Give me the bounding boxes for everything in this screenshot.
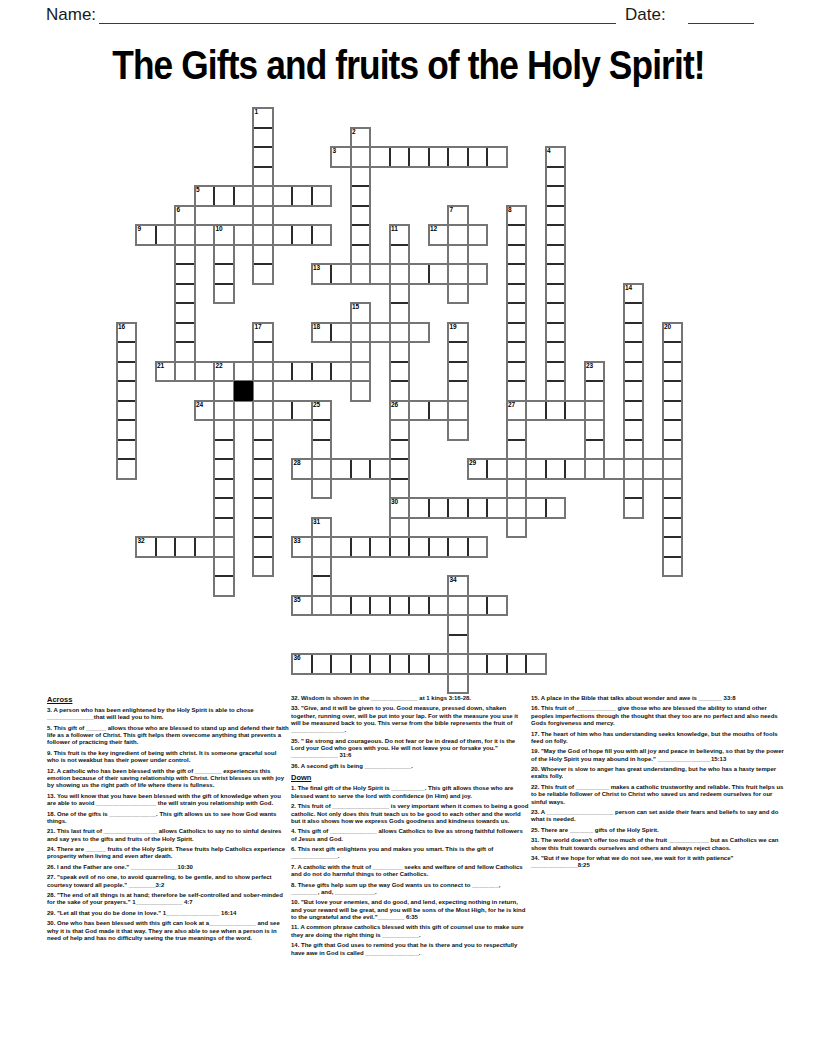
clue-14-down: 14. The gift that God uses to remind you…	[291, 942, 529, 957]
clue-10-down: 10. "But love your enemies, and do good,…	[291, 899, 529, 921]
clue-32-across: 32. Wisdom is shown in the _____________…	[291, 695, 529, 702]
grid-cell[interactable]	[214, 362, 234, 382]
grid-cell[interactable]	[409, 654, 429, 674]
grid-cell[interactable]	[585, 459, 605, 479]
grid-cell[interactable]	[546, 147, 566, 167]
clue-12-across: 12. A catholic who has been blessed with…	[47, 768, 290, 790]
grid-cell[interactable]	[195, 225, 215, 245]
grid-cell[interactable]	[624, 479, 644, 499]
grid-cell[interactable]	[117, 323, 137, 343]
grid-cell[interactable]	[292, 596, 312, 616]
grid-cell[interactable]	[370, 147, 390, 167]
grid-cell[interactable]	[351, 167, 371, 187]
grid-cell[interactable]	[195, 401, 215, 421]
grid-cell[interactable]	[273, 186, 293, 206]
grid-cell[interactable]	[331, 362, 351, 382]
grid-cell[interactable]	[351, 537, 371, 557]
clue-35-across: 35. " Be strong and courageous. Do not f…	[291, 738, 529, 760]
grid-cell[interactable]	[253, 225, 273, 245]
clue-15-down: 15. A place in the Bible that talks abou…	[531, 695, 789, 702]
grid-cell[interactable]	[292, 401, 312, 421]
grid-cell[interactable]	[390, 264, 410, 284]
grid-cell[interactable]	[624, 362, 644, 382]
grid-cell[interactable]	[390, 225, 410, 245]
grid-cell[interactable]	[253, 245, 273, 265]
grid-cell[interactable]	[253, 128, 273, 148]
grid-cell[interactable]	[546, 498, 566, 518]
grid-cell[interactable]	[507, 245, 527, 265]
grid-cell[interactable]	[409, 147, 429, 167]
grid-cell[interactable]	[370, 654, 390, 674]
grid-cell[interactable]	[312, 362, 332, 382]
grid-cell[interactable]	[429, 225, 449, 245]
grid-cell[interactable]	[195, 186, 215, 206]
grid-cell[interactable]	[448, 362, 468, 382]
clue-6-down: 6. This next gift enlightens you and mak…	[291, 846, 529, 861]
grid-cell[interactable]	[624, 401, 644, 421]
grid-cell[interactable]	[253, 264, 273, 284]
grid-cell[interactable]	[546, 264, 566, 284]
grid-cell[interactable]	[117, 342, 137, 362]
grid-cell[interactable]	[390, 654, 410, 674]
grid-cell[interactable]	[312, 264, 332, 284]
grid-cell[interactable]	[312, 479, 332, 499]
grid-cell[interactable]	[487, 654, 507, 674]
grid-cell[interactable]	[624, 381, 644, 401]
grid-cell[interactable]	[253, 186, 273, 206]
grid-cell[interactable]	[214, 186, 234, 206]
grid-cell[interactable]	[448, 225, 468, 245]
grid-cell[interactable]	[214, 557, 234, 577]
grid-cell[interactable]	[565, 401, 585, 421]
grid-cell[interactable]	[156, 225, 176, 245]
grid-cell[interactable]	[585, 401, 605, 421]
grid-cell[interactable]	[370, 323, 390, 343]
grid-cell[interactable]	[546, 303, 566, 323]
grid-cell[interactable]	[351, 342, 371, 362]
grid-cell[interactable]	[312, 420, 332, 440]
grid-cell[interactable]	[585, 362, 605, 382]
grid-cell[interactable]	[526, 498, 546, 518]
grid-cell[interactable]	[448, 420, 468, 440]
grid-cell[interactable]	[624, 303, 644, 323]
grid-cell[interactable]	[663, 362, 683, 382]
grid-cell[interactable]	[448, 498, 468, 518]
grid-cell[interactable]	[663, 479, 683, 499]
grid-cell[interactable]	[507, 264, 527, 284]
across-clue-list: 3. A person who has been enlightened by …	[47, 707, 290, 942]
grid-cell[interactable]	[214, 245, 234, 265]
grid-cell[interactable]	[409, 323, 429, 343]
grid-cell[interactable]	[507, 518, 527, 538]
grid-cell[interactable]	[351, 225, 371, 245]
grid-cell[interactable]	[604, 459, 624, 479]
grid-cell[interactable]	[351, 362, 371, 382]
clue-11-down: 11. A common phrase catholics blessed wi…	[291, 924, 529, 939]
grid-cell[interactable]	[292, 225, 312, 245]
grid-cell[interactable]	[292, 362, 312, 382]
grid-cell[interactable]	[331, 264, 351, 284]
grid-cell[interactable]	[507, 381, 527, 401]
grid-cell[interactable]	[487, 459, 507, 479]
grid-cell[interactable]	[390, 401, 410, 421]
grid-cell[interactable]	[253, 167, 273, 187]
grid-cell[interactable]	[546, 206, 566, 226]
grid-cell[interactable]	[409, 596, 429, 616]
grid-cell[interactable]	[546, 342, 566, 362]
grid-cell[interactable]	[643, 459, 663, 479]
grid-cell[interactable]	[253, 147, 273, 167]
grid-cell[interactable]	[253, 108, 273, 128]
grid-cell[interactable]	[546, 323, 566, 343]
grid-cell[interactable]	[390, 420, 410, 440]
grid-cell[interactable]	[565, 459, 585, 479]
grid-cell[interactable]	[546, 284, 566, 304]
grid-cell[interactable]	[390, 381, 410, 401]
grid-cell[interactable]	[448, 537, 468, 557]
grid-cell[interactable]	[175, 537, 195, 557]
grid-cell[interactable]	[468, 147, 488, 167]
grid-cell[interactable]	[214, 459, 234, 479]
grid-cell[interactable]	[487, 498, 507, 518]
grid-cell[interactable]	[117, 440, 137, 460]
grid-cell[interactable]	[175, 225, 195, 245]
grid-cell[interactable]	[624, 284, 644, 304]
grid-cell[interactable]	[624, 498, 644, 518]
clue-16-down: 16. This fruit of ____________ give thos…	[531, 705, 789, 727]
grid-cell[interactable]	[663, 557, 683, 577]
grid-cell[interactable]	[175, 323, 195, 343]
grid-cell[interactable]	[507, 459, 527, 479]
grid-cell[interactable]	[390, 342, 410, 362]
grid-cell[interactable]	[351, 186, 371, 206]
grid-cell[interactable]	[312, 323, 332, 343]
grid-cell[interactable]	[351, 303, 371, 323]
grid-cell[interactable]	[448, 401, 468, 421]
grid-cell[interactable]	[507, 303, 527, 323]
grid-cell[interactable]	[546, 401, 566, 421]
grid-cell[interactable]	[312, 596, 332, 616]
grid-cell[interactable]	[253, 518, 273, 538]
clue-17-down: 17. The heart of him who has understandi…	[531, 731, 789, 746]
grid-cell[interactable]	[546, 381, 566, 401]
grid-cell[interactable]	[312, 459, 332, 479]
grid-cell[interactable]	[351, 128, 371, 148]
grid-cell[interactable]	[663, 323, 683, 343]
clue-5-across: 5. This gift of ______ allows those who …	[47, 725, 290, 747]
grid-cell[interactable]	[117, 381, 137, 401]
grid-cell[interactable]	[585, 381, 605, 401]
grid-cell[interactable]	[409, 537, 429, 557]
grid-cell[interactable]	[448, 147, 468, 167]
grid-cell[interactable]	[234, 225, 254, 245]
grid-cell[interactable]	[351, 381, 371, 401]
grid-cell[interactable]	[117, 459, 137, 479]
grid-cell[interactable]	[253, 498, 273, 518]
grid-cell[interactable]	[117, 420, 137, 440]
grid-cell[interactable]	[136, 537, 156, 557]
grid-cell[interactable]	[214, 401, 234, 421]
grid-cell[interactable]	[370, 537, 390, 557]
grid-cell[interactable]	[390, 518, 410, 538]
grid-cell[interactable]	[253, 557, 273, 577]
grid-cell[interactable]	[429, 264, 449, 284]
grid-cell[interactable]	[351, 264, 371, 284]
grid-cell[interactable]	[175, 206, 195, 226]
grid-cell[interactable]	[448, 654, 468, 674]
grid-cell[interactable]	[214, 284, 234, 304]
grid-cell[interactable]	[546, 245, 566, 265]
grid-cell[interactable]	[585, 420, 605, 440]
grid-cell[interactable]	[312, 440, 332, 460]
grid-cell[interactable]	[448, 206, 468, 226]
grid-cell[interactable]	[585, 440, 605, 460]
grid-cell[interactable]	[370, 459, 390, 479]
grid-cell[interactable]	[292, 537, 312, 557]
grid-cell[interactable]	[429, 596, 449, 616]
grid-cell[interactable]	[448, 245, 468, 265]
grid-cell[interactable]	[448, 381, 468, 401]
clue-18-across: 18. One of the gifts is ______________. …	[47, 811, 290, 826]
grid-cell[interactable]	[663, 401, 683, 421]
grid-cell[interactable]	[624, 440, 644, 460]
grid-cell[interactable]	[624, 342, 644, 362]
grid-cell[interactable]	[253, 362, 273, 382]
grid-cell[interactable]	[370, 596, 390, 616]
grid-cell[interactable]	[331, 323, 351, 343]
grid-cell[interactable]	[351, 206, 371, 226]
grid-cell[interactable]	[312, 518, 332, 538]
grid-cell[interactable]	[331, 596, 351, 616]
grid-cell[interactable]	[507, 420, 527, 440]
grid-cell[interactable]	[390, 537, 410, 557]
grid-cell[interactable]	[663, 440, 683, 460]
grid-cell[interactable]	[351, 596, 371, 616]
grid-cell[interactable]	[507, 362, 527, 382]
grid-cell[interactable]	[312, 537, 332, 557]
grid-cell[interactable]	[663, 381, 683, 401]
grid-cell[interactable]	[175, 342, 195, 362]
grid-cell[interactable]	[429, 498, 449, 518]
grid-cell[interactable]	[468, 596, 488, 616]
grid-cell[interactable]	[624, 420, 644, 440]
grid-cell[interactable]	[253, 420, 273, 440]
grid-cell[interactable]	[429, 537, 449, 557]
clue-4-down: 4. This gift of ______________ allows Ca…	[291, 828, 529, 843]
grid-cell[interactable]	[546, 362, 566, 382]
grid-cell[interactable]	[136, 225, 156, 245]
grid-cell[interactable]	[507, 284, 527, 304]
grid-cell[interactable]	[195, 537, 215, 557]
grid-cell[interactable]	[253, 537, 273, 557]
grid-cell[interactable]	[390, 245, 410, 265]
grid-cell[interactable]	[448, 596, 468, 616]
grid-cell[interactable]	[351, 654, 371, 674]
clue-9-across: 9. This fruit is the key ingredient of b…	[47, 750, 290, 765]
grid-cell[interactable]	[507, 342, 527, 362]
grid-cell[interactable]	[351, 147, 371, 167]
grid-cell[interactable]	[156, 537, 176, 557]
grid-cell[interactable]	[663, 537, 683, 557]
grid-cell[interactable]	[390, 596, 410, 616]
grid-cell[interactable]	[234, 401, 254, 421]
clue-19-down: 19. "May the God of hope fill you with a…	[531, 748, 789, 763]
grid-cell[interactable]	[253, 459, 273, 479]
grid-cell[interactable]	[214, 537, 234, 557]
grid-cell[interactable]	[409, 264, 429, 284]
grid-cell[interactable]	[312, 225, 332, 245]
grid-cell[interactable]	[214, 381, 234, 401]
grid-cell[interactable]	[663, 518, 683, 538]
grid-cell[interactable]	[214, 225, 234, 245]
grid-cell[interactable]	[312, 186, 332, 206]
clue-column-down-continued: 15. A place in the Bible that talks abou…	[531, 695, 789, 873]
grid-cell[interactable]	[468, 537, 488, 557]
grid-cell[interactable]	[156, 362, 176, 382]
grid-cell[interactable]	[448, 635, 468, 655]
grid-cell[interactable]	[390, 479, 410, 499]
grid-cell[interactable]	[409, 401, 429, 421]
grid-cell[interactable]	[331, 654, 351, 674]
grid-cell[interactable]	[312, 401, 332, 421]
clue-23-down: 23. A ____________________ person can se…	[531, 809, 789, 824]
grid-cell[interactable]	[507, 225, 527, 245]
grid-cell[interactable]	[351, 459, 371, 479]
grid-cell[interactable]	[526, 401, 546, 421]
grid-cell[interactable]	[273, 225, 293, 245]
grid-cell[interactable]	[175, 362, 195, 382]
grid-cell[interactable]	[390, 147, 410, 167]
grid-cell[interactable]	[214, 479, 234, 499]
grid-cell[interactable]	[214, 576, 234, 596]
clue-column-middle: 32. Wisdom is shown in the _____________…	[291, 695, 529, 960]
grid-cell[interactable]	[390, 440, 410, 460]
grid-cell[interactable]	[253, 440, 273, 460]
grid-cell[interactable]	[546, 186, 566, 206]
grid-cell[interactable]	[214, 498, 234, 518]
grid-cell[interactable]	[331, 147, 351, 167]
grid-cell[interactable]	[390, 459, 410, 479]
clue-1-down: 1. The final gift of the Holy Spirit is …	[291, 785, 529, 800]
grid-cell[interactable]	[273, 401, 293, 421]
grid-cell[interactable]	[468, 264, 488, 284]
grid-cell[interactable]	[663, 342, 683, 362]
grid-cell[interactable]	[448, 323, 468, 343]
grid-cell[interactable]	[312, 576, 332, 596]
grid-cell[interactable]	[468, 498, 488, 518]
grid-cell[interactable]	[175, 264, 195, 284]
grid-cell[interactable]	[292, 459, 312, 479]
grid-cell[interactable]	[663, 459, 683, 479]
grid-cell[interactable]	[253, 479, 273, 499]
grid-cell[interactable]	[390, 303, 410, 323]
grid-cell[interactable]	[507, 479, 527, 499]
grid-cell[interactable]	[253, 342, 273, 362]
grid-cell[interactable]	[409, 498, 429, 518]
grid-cell[interactable]	[390, 362, 410, 382]
grid-cell[interactable]	[507, 206, 527, 226]
grid-cell[interactable]	[663, 420, 683, 440]
grid-cell[interactable]	[487, 596, 507, 616]
grid-cell[interactable]	[253, 381, 273, 401]
down-clue-list: 1. The final gift of the Holy Spirit is …	[291, 785, 529, 956]
grid-cell[interactable]	[507, 654, 527, 674]
grid-cell[interactable]	[214, 440, 234, 460]
grid-cell[interactable]	[234, 186, 254, 206]
grid-cell[interactable]	[468, 654, 488, 674]
grid-cell[interactable]	[390, 284, 410, 304]
grid-cell[interactable]	[390, 323, 410, 343]
clue-22-down: 22. This fruit of __________ makes a cat…	[531, 784, 789, 806]
grid-cell[interactable]	[448, 342, 468, 362]
grid-cell[interactable]	[507, 401, 527, 421]
grid-cell[interactable]	[331, 537, 351, 557]
grid-cell[interactable]	[273, 362, 293, 382]
grid-cell[interactable]	[292, 654, 312, 674]
grid-cell[interactable]	[507, 323, 527, 343]
grid-cell[interactable]	[195, 362, 215, 382]
grid-cell[interactable]	[448, 284, 468, 304]
grid-cell[interactable]	[214, 264, 234, 284]
grid-cell[interactable]	[546, 225, 566, 245]
grid-cell[interactable]	[117, 362, 137, 382]
grid-cell[interactable]	[448, 615, 468, 635]
grid-cell[interactable]	[624, 459, 644, 479]
grid-cell[interactable]	[429, 401, 449, 421]
grid-cell[interactable]	[507, 498, 527, 518]
grid-cell[interactable]	[292, 186, 312, 206]
grid-cell[interactable]	[312, 654, 332, 674]
grid-cell[interactable]	[526, 654, 546, 674]
grid-cell[interactable]	[448, 576, 468, 596]
grid-cell[interactable]	[214, 518, 234, 538]
grid-cell[interactable]	[312, 557, 332, 577]
grid-cell[interactable]	[234, 362, 254, 382]
clue-7-down: 7. A catholic with the fruit of ________…	[291, 864, 529, 879]
grid-cell[interactable]	[331, 459, 351, 479]
grid-cell[interactable]	[175, 303, 195, 323]
grid-cell[interactable]	[546, 459, 566, 479]
grid-cell[interactable]	[624, 323, 644, 343]
grid-cell[interactable]	[507, 440, 527, 460]
grid-cell[interactable]	[175, 284, 195, 304]
grid-cell[interactable]	[253, 323, 273, 343]
grid-cell[interactable]	[468, 459, 488, 479]
grid-cell[interactable]	[390, 498, 410, 518]
grid-cell[interactable]	[253, 401, 273, 421]
down-clue-list-continued: 15. A place in the Bible that talks abou…	[531, 695, 789, 870]
grid-cell[interactable]	[663, 498, 683, 518]
grid-cell[interactable]	[546, 167, 566, 187]
grid-cell[interactable]	[370, 264, 390, 284]
grid-cell[interactable]	[351, 245, 371, 265]
grid-cell[interactable]	[487, 147, 507, 167]
grid-cell[interactable]	[214, 420, 234, 440]
clue-27-across: 27. "speak evil of no one, to avoid quar…	[47, 874, 290, 889]
grid-cell[interactable]	[468, 225, 488, 245]
grid-cell[interactable]	[117, 401, 137, 421]
grid-cell[interactable]	[448, 674, 468, 694]
grid-cell[interactable]	[448, 264, 468, 284]
grid-cell[interactable]	[526, 459, 546, 479]
grid-cell[interactable]	[429, 147, 449, 167]
clue-20-down: 20. Whoever is slow to anger has great u…	[531, 766, 789, 781]
grid-cell[interactable]	[253, 206, 273, 226]
grid-cell[interactable]	[351, 323, 371, 343]
grid-cell[interactable]	[175, 245, 195, 265]
clue-29-across: 29. "Let all that you do be done in love…	[47, 910, 290, 917]
grid-cell[interactable]	[429, 654, 449, 674]
